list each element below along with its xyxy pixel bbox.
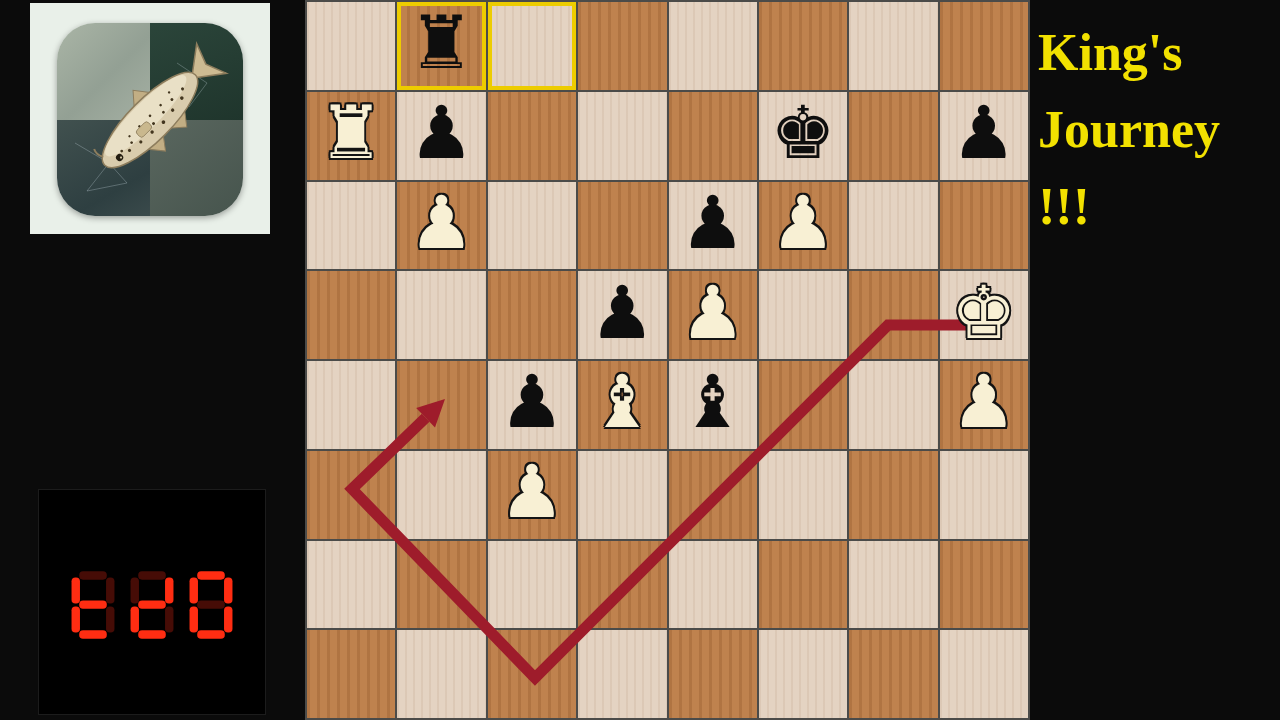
- chess-clock-display: [38, 489, 266, 715]
- square-f6[interactable]: ♟: [759, 182, 847, 270]
- piece-white-rook-a7[interactable]: ♜: [318, 96, 383, 169]
- square-h5[interactable]: ♚: [940, 271, 1028, 359]
- square-g4[interactable]: [849, 361, 937, 449]
- square-a1[interactable]: [307, 630, 395, 718]
- piece-white-pawn-e5[interactable]: ♟: [680, 276, 745, 349]
- square-c1[interactable]: [488, 630, 576, 718]
- square-h8[interactable]: [940, 2, 1028, 90]
- square-g2[interactable]: [849, 541, 937, 629]
- piece-black-bishop-e4[interactable]: ♝: [680, 365, 745, 438]
- clock-digits: [70, 562, 234, 648]
- square-b4[interactable]: [397, 361, 485, 449]
- video-title: King's Journey !!!: [1038, 14, 1278, 245]
- title-line-2: Journey: [1038, 91, 1278, 168]
- square-a5[interactable]: [307, 271, 395, 359]
- piece-white-pawn-c3[interactable]: ♟: [499, 455, 564, 528]
- square-b6[interactable]: ♟: [397, 182, 485, 270]
- square-c4[interactable]: ♟: [488, 361, 576, 449]
- square-b5[interactable]: [397, 271, 485, 359]
- square-e5[interactable]: ♟: [669, 271, 757, 359]
- square-a6[interactable]: [307, 182, 395, 270]
- piece-white-pawn-b6[interactable]: ♟: [409, 186, 474, 259]
- square-a3[interactable]: [307, 451, 395, 539]
- square-f7[interactable]: ♚: [759, 92, 847, 180]
- square-d8[interactable]: [578, 2, 666, 90]
- square-c7[interactable]: [488, 92, 576, 180]
- square-g3[interactable]: [849, 451, 937, 539]
- square-h7[interactable]: ♟: [940, 92, 1028, 180]
- square-h4[interactable]: ♟: [940, 361, 1028, 449]
- piece-white-king-h5[interactable]: ♚: [951, 276, 1016, 349]
- stockfish-app-icon[interactable]: [57, 23, 243, 216]
- square-g5[interactable]: [849, 271, 937, 359]
- square-d5[interactable]: ♟: [578, 271, 666, 359]
- square-e7[interactable]: [669, 92, 757, 180]
- square-g6[interactable]: [849, 182, 937, 270]
- square-c6[interactable]: [488, 182, 576, 270]
- square-b7[interactable]: ♟: [397, 92, 485, 180]
- square-h2[interactable]: [940, 541, 1028, 629]
- square-c3[interactable]: ♟: [488, 451, 576, 539]
- square-b1[interactable]: [397, 630, 485, 718]
- square-h1[interactable]: [940, 630, 1028, 718]
- clock-digit-1: [70, 562, 116, 648]
- square-a8[interactable]: [307, 2, 395, 90]
- square-f3[interactable]: [759, 451, 847, 539]
- piece-black-pawn-c4[interactable]: ♟: [499, 365, 564, 438]
- square-d4[interactable]: ♝: [578, 361, 666, 449]
- piece-black-pawn-d5[interactable]: ♟: [590, 276, 655, 349]
- clock-digit-3: [188, 562, 234, 648]
- square-a2[interactable]: [307, 541, 395, 629]
- square-c5[interactable]: [488, 271, 576, 359]
- fish-icon: [57, 23, 243, 216]
- square-h6[interactable]: [940, 182, 1028, 270]
- square-e1[interactable]: [669, 630, 757, 718]
- square-d7[interactable]: [578, 92, 666, 180]
- page-background: ♜♜♟♚♟♟♟♟♟♟♚♟♝♝♟♟ King's Journey !!!: [0, 0, 1280, 720]
- clock-digit-2: [129, 562, 175, 648]
- square-b8[interactable]: ♜: [397, 2, 485, 90]
- square-g1[interactable]: [849, 630, 937, 718]
- piece-white-pawn-f6[interactable]: ♟: [770, 186, 835, 259]
- square-f8[interactable]: [759, 2, 847, 90]
- square-b2[interactable]: [397, 541, 485, 629]
- chess-board: ♜♜♟♚♟♟♟♟♟♟♚♟♝♝♟♟: [305, 0, 1030, 720]
- square-d2[interactable]: [578, 541, 666, 629]
- square-f1[interactable]: [759, 630, 847, 718]
- square-e3[interactable]: [669, 451, 757, 539]
- piece-black-rook-b8[interactable]: ♜: [409, 6, 474, 79]
- square-g7[interactable]: [849, 92, 937, 180]
- square-d1[interactable]: [578, 630, 666, 718]
- piece-white-bishop-d4[interactable]: ♝: [590, 365, 655, 438]
- square-g8[interactable]: [849, 2, 937, 90]
- app-logo-card: [30, 3, 270, 234]
- square-f2[interactable]: [759, 541, 847, 629]
- piece-white-pawn-h4[interactable]: ♟: [951, 365, 1016, 438]
- piece-black-pawn-e6[interactable]: ♟: [680, 186, 745, 259]
- piece-black-pawn-h7[interactable]: ♟: [951, 96, 1016, 169]
- title-line-3: !!!: [1038, 168, 1278, 245]
- square-e6[interactable]: ♟: [669, 182, 757, 270]
- square-d3[interactable]: [578, 451, 666, 539]
- piece-black-king-f7[interactable]: ♚: [770, 96, 835, 169]
- square-b3[interactable]: [397, 451, 485, 539]
- piece-black-pawn-b7[interactable]: ♟: [409, 96, 474, 169]
- square-e8[interactable]: [669, 2, 757, 90]
- title-line-1: King's: [1038, 14, 1278, 91]
- square-c2[interactable]: [488, 541, 576, 629]
- square-e4[interactable]: ♝: [669, 361, 757, 449]
- square-f4[interactable]: [759, 361, 847, 449]
- square-e2[interactable]: [669, 541, 757, 629]
- square-d6[interactable]: [578, 182, 666, 270]
- square-a4[interactable]: [307, 361, 395, 449]
- square-f5[interactable]: [759, 271, 847, 359]
- square-a7[interactable]: ♜: [307, 92, 395, 180]
- square-h3[interactable]: [940, 451, 1028, 539]
- square-c8[interactable]: [488, 2, 576, 90]
